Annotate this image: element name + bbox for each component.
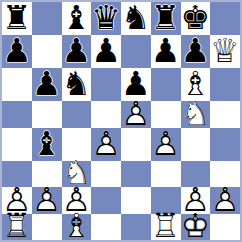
square-f7[interactable]: ♟ bbox=[151, 35, 181, 68]
piece-white-rook[interactable]: ♜♖ bbox=[2, 213, 32, 240]
piece-white-rook[interactable]: ♜♖ bbox=[151, 213, 181, 240]
piece-white-pawn[interactable]: ♟♙ bbox=[32, 186, 62, 213]
square-e2[interactable] bbox=[121, 187, 151, 214]
piece-black-bishop[interactable]: ♝ bbox=[32, 127, 62, 160]
piece-black-pawn[interactable]: ♟ bbox=[91, 34, 121, 67]
square-b4[interactable]: ♝ bbox=[32, 128, 62, 161]
square-b1[interactable] bbox=[32, 214, 62, 241]
piece-black-knight[interactable]: ♞ bbox=[121, 1, 151, 34]
piece-white-bishop[interactable]: ♝♗ bbox=[62, 213, 92, 240]
white-piece-outline-glyph: ♙ bbox=[151, 127, 181, 160]
square-h6[interactable] bbox=[210, 68, 240, 101]
piece-black-knight[interactable]: ♞ bbox=[62, 67, 92, 100]
white-piece-outline-glyph: ♘ bbox=[181, 100, 211, 127]
piece-white-pawn[interactable]: ♟♙ bbox=[210, 186, 240, 213]
white-piece-outline-glyph: ♖ bbox=[151, 213, 181, 240]
square-b2[interactable]: ♟♙ bbox=[32, 187, 62, 214]
square-h2[interactable]: ♟♙ bbox=[210, 187, 240, 214]
square-b8[interactable] bbox=[32, 2, 62, 35]
square-b6[interactable]: ♟ bbox=[32, 68, 62, 101]
piece-black-pawn[interactable]: ♟ bbox=[2, 34, 32, 67]
piece-black-queen[interactable]: ♛ bbox=[91, 1, 121, 34]
square-e4[interactable] bbox=[121, 128, 151, 161]
piece-black-rook[interactable]: ♜ bbox=[2, 1, 32, 34]
chessboard: ♜♝♛♞♜♚♟♟♟♟♟♛♕♟♞♟♝♗♟♙♞♘♝♟♙♟♙♞♘♟♙♟♙♟♙♟♙♟♙♜… bbox=[0, 0, 242, 242]
piece-black-bishop[interactable]: ♝ bbox=[62, 1, 92, 34]
square-f3[interactable] bbox=[151, 161, 181, 188]
piece-white-knight[interactable]: ♞♘ bbox=[181, 100, 211, 127]
piece-white-pawn[interactable]: ♟♙ bbox=[121, 100, 151, 127]
square-e5[interactable]: ♟♙ bbox=[121, 101, 151, 128]
piece-black-pawn[interactable]: ♟ bbox=[181, 34, 211, 67]
square-f6[interactable] bbox=[151, 68, 181, 101]
square-c1[interactable]: ♝♗ bbox=[62, 214, 92, 241]
white-piece-outline-glyph: ♙ bbox=[91, 127, 121, 160]
square-e3[interactable] bbox=[121, 161, 151, 188]
white-piece-outline-glyph: ♕ bbox=[210, 34, 240, 67]
square-g1[interactable]: ♚♔ bbox=[181, 214, 211, 241]
piece-white-queen[interactable]: ♛♕ bbox=[210, 34, 240, 67]
piece-white-king[interactable]: ♚♔ bbox=[181, 213, 211, 240]
square-a7[interactable]: ♟ bbox=[2, 35, 32, 68]
square-h5[interactable] bbox=[210, 101, 240, 128]
square-d4[interactable]: ♟♙ bbox=[91, 128, 121, 161]
piece-black-pawn[interactable]: ♟ bbox=[32, 67, 62, 100]
piece-black-king[interactable]: ♚ bbox=[181, 1, 211, 34]
square-h7[interactable]: ♛♕ bbox=[210, 35, 240, 68]
white-piece-outline-glyph: ♙ bbox=[32, 186, 62, 213]
square-a6[interactable] bbox=[2, 68, 32, 101]
square-a4[interactable] bbox=[2, 128, 32, 161]
square-e8[interactable]: ♞ bbox=[121, 2, 151, 35]
piece-white-pawn[interactable]: ♟♙ bbox=[91, 127, 121, 160]
square-g4[interactable] bbox=[181, 128, 211, 161]
piece-black-pawn[interactable]: ♟ bbox=[62, 34, 92, 67]
white-piece-outline-glyph: ♖ bbox=[2, 213, 32, 240]
square-d2[interactable] bbox=[91, 187, 121, 214]
white-piece-outline-glyph: ♙ bbox=[210, 186, 240, 213]
white-piece-outline-glyph: ♔ bbox=[181, 213, 211, 240]
piece-black-rook[interactable]: ♜ bbox=[151, 1, 181, 34]
chessboard-container: ♜♝♛♞♜♚♟♟♟♟♟♛♕♟♞♟♝♗♟♙♞♘♝♟♙♟♙♞♘♟♙♟♙♟♙♟♙♟♙♜… bbox=[0, 0, 242, 242]
square-d1[interactable] bbox=[91, 214, 121, 241]
square-f1[interactable]: ♜♖ bbox=[151, 214, 181, 241]
square-h4[interactable] bbox=[210, 128, 240, 161]
square-e1[interactable] bbox=[121, 214, 151, 241]
piece-black-pawn[interactable]: ♟ bbox=[151, 34, 181, 67]
square-a1[interactable]: ♜♖ bbox=[2, 214, 32, 241]
square-d7[interactable]: ♟ bbox=[91, 35, 121, 68]
square-d3[interactable] bbox=[91, 161, 121, 188]
square-h1[interactable] bbox=[210, 214, 240, 241]
square-d6[interactable] bbox=[91, 68, 121, 101]
square-c6[interactable]: ♞ bbox=[62, 68, 92, 101]
piece-white-pawn[interactable]: ♟♙ bbox=[151, 127, 181, 160]
white-piece-outline-glyph: ♙ bbox=[121, 100, 151, 127]
square-f4[interactable]: ♟♙ bbox=[151, 128, 181, 161]
square-g5[interactable]: ♞♘ bbox=[181, 101, 211, 128]
square-c5[interactable] bbox=[62, 101, 92, 128]
white-piece-outline-glyph: ♗ bbox=[62, 213, 92, 240]
square-a5[interactable] bbox=[2, 101, 32, 128]
